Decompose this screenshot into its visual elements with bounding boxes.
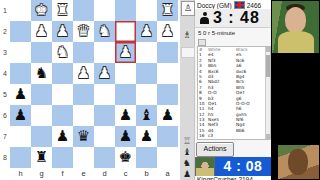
player-clock: 4 : 08	[215, 157, 271, 176]
rank-label: 2	[0, 21, 10, 42]
file-label: g	[31, 168, 52, 180]
square-e5[interactable]	[73, 84, 94, 105]
board-grid[interactable]: ♚♜♜♟♟♛♞♟♟♞♟♞♟♟♟♟♟♝♟♟♛♟♟♜♚	[10, 0, 178, 168]
rook-icon[interactable]: ♖	[181, 136, 193, 147]
opponent-name: Doccy (GM)	[197, 2, 232, 9]
file-label: h	[10, 168, 31, 180]
opponent-clock: 3 : 48	[213, 9, 260, 27]
square-e6[interactable]	[73, 105, 94, 126]
black-knight[interactable]: ♞	[31, 63, 52, 84]
square-d7[interactable]	[94, 126, 115, 147]
square-a5[interactable]	[157, 84, 178, 105]
black-pawn[interactable]: ♟	[136, 126, 157, 147]
webcam-face	[285, 7, 306, 33]
opponent-clock-row: 3 : 48	[195, 9, 271, 28]
black-pawn[interactable]: ♟	[115, 126, 136, 147]
move-list-scrollbar[interactable]	[265, 47, 270, 139]
square-b5[interactable]	[136, 84, 157, 105]
square-f5[interactable]	[52, 84, 73, 105]
file-label: c	[115, 168, 136, 180]
piece-set-icon[interactable]: ♗	[181, 30, 193, 41]
player-avatar	[195, 157, 215, 177]
square-c2[interactable]	[115, 21, 136, 42]
file-label: e	[73, 168, 94, 180]
square-h7[interactable]	[10, 126, 31, 147]
actions-button[interactable]: Actions	[196, 142, 234, 157]
square-e7[interactable]: ♛	[73, 126, 94, 147]
square-h6[interactable]: ♟	[10, 105, 31, 126]
square-a4[interactable]	[157, 63, 178, 84]
square-g3[interactable]	[31, 42, 52, 63]
square-a7[interactable]	[157, 126, 178, 147]
square-h4[interactable]	[10, 63, 31, 84]
square-d5[interactable]	[94, 84, 115, 105]
square-f3[interactable]: ♞	[52, 42, 73, 63]
square-a8[interactable]	[157, 147, 178, 168]
square-g4[interactable]: ♞	[31, 63, 52, 84]
white-pawn[interactable]: ♟	[52, 21, 73, 42]
player-info-bar: KingsCrusher 2194	[195, 176, 271, 180]
square-c4[interactable]	[115, 63, 136, 84]
game-panel: ♙ ♗ ♖ ♝ ♞ ♟ Doccy (GM) 2466 3 : 48 5 0 r…	[180, 0, 271, 180]
square-d3[interactable]	[94, 42, 115, 63]
square-h1[interactable]	[10, 0, 31, 21]
white-pawn[interactable]: ♟	[73, 63, 94, 84]
scroll-down-icon[interactable]	[266, 134, 270, 139]
move-cell[interactable]: 16	[198, 133, 208, 138]
black-pawn[interactable]: ♟	[10, 84, 31, 105]
square-c7[interactable]: ♟	[115, 126, 136, 147]
time-control-label: 5 0 r 5-minute	[195, 28, 271, 39]
square-d8[interactable]	[94, 147, 115, 168]
square-f7[interactable]: ♟	[52, 126, 73, 147]
square-g8[interactable]: ♜	[31, 147, 52, 168]
square-d2[interactable]: ♞	[94, 21, 115, 42]
rank-label: 7	[0, 126, 10, 147]
mini-dropdown-icon[interactable]	[198, 39, 206, 46]
square-e1[interactable]	[73, 0, 94, 21]
white-pawn-icon[interactable]: ♙	[181, 1, 195, 16]
rank-label: 5	[0, 84, 10, 105]
square-a2[interactable]: ♟	[157, 21, 178, 42]
square-g7[interactable]	[31, 126, 52, 147]
dropdown-row	[195, 39, 271, 46]
square-f4[interactable]	[52, 63, 73, 84]
square-b6[interactable]: ♝	[136, 105, 157, 126]
opponent-info-bar: Doccy (GM) 2466	[195, 0, 271, 9]
square-e4[interactable]: ♟	[73, 63, 94, 84]
pawn-icon[interactable]: ♟	[181, 169, 193, 180]
knight-icon[interactable]: ♞	[181, 158, 193, 169]
square-b8[interactable]	[136, 147, 157, 168]
square-d1[interactable]	[94, 0, 115, 21]
player-clock-row: 4 : 08	[195, 157, 271, 176]
square-b3[interactable]	[136, 42, 157, 63]
scroll-thumb[interactable]	[266, 55, 270, 77]
player-name: KingsCrusher	[197, 176, 236, 180]
white-knight[interactable]: ♞	[94, 21, 115, 42]
move-row[interactable]: 16c3	[198, 133, 270, 138]
file-label: b	[136, 168, 157, 180]
square-f1[interactable]: ♜	[52, 0, 73, 21]
webcam-shirt	[278, 31, 314, 53]
chess-app-window: 12345678 ♚♜♜♟♟♛♞♟♟♞♟♞♟♟♟♟♟♝♟♟♛♟♟♜♚ hgfed…	[0, 0, 320, 180]
square-c5[interactable]	[115, 84, 136, 105]
black-pawn[interactable]: ♟	[115, 105, 136, 126]
square-g6[interactable]	[31, 105, 52, 126]
player-rating: 2194	[238, 176, 252, 180]
file-label: d	[94, 168, 115, 180]
rank-label: 1	[0, 0, 10, 21]
square-c1[interactable]	[115, 0, 136, 21]
file-label: f	[52, 168, 73, 180]
black-king[interactable]: ♚	[115, 147, 136, 168]
white-queen[interactable]: ♛	[73, 21, 94, 42]
panel-main: Doccy (GM) 2466 3 : 48 5 0 r 5-minute # …	[195, 0, 271, 180]
square-e2[interactable]: ♛	[73, 21, 94, 42]
black-bishop[interactable]: ♝	[136, 105, 157, 126]
square-c6[interactable]: ♟	[115, 105, 136, 126]
square-f6[interactable]	[52, 105, 73, 126]
uk-flag-icon	[234, 1, 245, 9]
blank-button[interactable]	[181, 47, 195, 58]
scroll-up-icon[interactable]	[266, 47, 270, 52]
white-pawn[interactable]: ♟	[94, 63, 115, 84]
chess-board-area: 12345678 ♚♜♜♟♟♛♞♟♟♞♟♞♟♟♟♟♟♝♟♟♛♟♟♜♚ hgfed…	[0, 0, 180, 180]
square-f2[interactable]: ♟	[52, 21, 73, 42]
rank-label: 3	[0, 42, 10, 63]
rank-label: 4	[0, 63, 10, 84]
square-b1[interactable]	[136, 0, 157, 21]
square-b4[interactable]	[136, 63, 157, 84]
square-h8[interactable]	[10, 147, 31, 168]
square-a6[interactable]: ♟	[157, 105, 178, 126]
square-g1[interactable]: ♚	[31, 0, 52, 21]
move-cell[interactable]	[236, 133, 262, 138]
square-c3[interactable]: ♟	[115, 42, 136, 63]
move-cell[interactable]: c3	[208, 133, 236, 138]
black-pawn[interactable]: ♟	[10, 105, 31, 126]
square-d6[interactable]	[94, 105, 115, 126]
rank-label: 6	[0, 105, 10, 126]
webcam-opponent	[272, 1, 319, 53]
black-rook[interactable]: ♜	[31, 147, 52, 168]
black-queen[interactable]: ♛	[73, 126, 94, 147]
square-g2[interactable]: ♟	[31, 21, 52, 42]
move-list[interactable]: # White Black 1e4e52Nf3Nc63Bb5a64Bxc6dxc…	[197, 46, 271, 140]
square-c8[interactable]: ♚	[115, 147, 136, 168]
webcam-player	[278, 145, 319, 179]
white-pawn[interactable]: ♟	[115, 42, 136, 63]
square-b7[interactable]: ♟	[136, 126, 157, 147]
file-labels: hgfedcba	[10, 168, 178, 180]
rank-label: 8	[0, 147, 10, 168]
square-e3[interactable]	[73, 42, 94, 63]
square-f8[interactable]	[52, 147, 73, 168]
white-pawn[interactable]: ♟	[136, 21, 157, 42]
white-pawn[interactable]: ♟	[157, 21, 178, 42]
square-h2[interactable]	[10, 21, 31, 42]
square-g5[interactable]	[31, 84, 52, 105]
opponent-rating: 2466	[247, 2, 261, 9]
square-a1[interactable]: ♜	[157, 0, 178, 21]
square-h5[interactable]: ♟	[10, 84, 31, 105]
square-a3[interactable]	[157, 42, 178, 63]
black-pawn[interactable]: ♟	[157, 105, 178, 126]
square-b2[interactable]: ♟	[136, 21, 157, 42]
square-d4[interactable]: ♟	[94, 63, 115, 84]
file-label: a	[157, 168, 178, 180]
side-toolbar: ♙ ♗ ♖ ♝ ♞ ♟	[180, 0, 195, 180]
actions-row: Actions	[195, 140, 271, 157]
rank-labels: 12345678	[0, 0, 10, 168]
black-pawn[interactable]: ♟	[52, 126, 73, 147]
white-king[interactable]: ♚	[31, 0, 52, 21]
white-knight[interactable]: ♞	[52, 42, 73, 63]
square-e8[interactable]	[73, 147, 94, 168]
square-h3[interactable]	[10, 42, 31, 63]
white-pawn[interactable]: ♟	[31, 21, 52, 42]
bishop-icon[interactable]: ♝	[181, 147, 193, 158]
white-rook[interactable]: ♜	[157, 0, 178, 21]
webcam-figure	[288, 149, 308, 175]
move-rows: 1e4e52Nf3Nc63Bb5a64Bxc6dxc65d3Bg46Nbd2Bc…	[198, 52, 270, 138]
white-rook[interactable]: ♜	[52, 0, 73, 21]
player-bust-icon	[200, 12, 209, 24]
